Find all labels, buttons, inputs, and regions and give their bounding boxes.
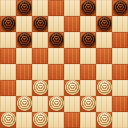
square-f5[interactable]: [80, 48, 96, 64]
checker-piece-light[interactable]: [97, 80, 112, 95]
square-e4[interactable]: [64, 64, 80, 80]
square-d4[interactable]: [48, 64, 64, 80]
square-c6[interactable]: [32, 32, 48, 48]
square-h1[interactable]: [112, 112, 128, 128]
square-g6[interactable]: [96, 32, 112, 48]
square-e8[interactable]: [64, 0, 80, 16]
square-c1[interactable]: [32, 112, 48, 128]
checker-piece-light[interactable]: [1, 112, 16, 127]
square-h4[interactable]: [112, 64, 128, 80]
square-b6[interactable]: [16, 32, 32, 48]
checkers-board: [0, 0, 128, 128]
checker-piece-dark[interactable]: [17, 32, 32, 47]
square-f7[interactable]: [80, 16, 96, 32]
checker-piece-light[interactable]: [81, 96, 96, 111]
square-h3[interactable]: [112, 80, 128, 96]
checker-piece-dark[interactable]: [81, 0, 96, 15]
square-a6[interactable]: [0, 32, 16, 48]
square-c4[interactable]: [32, 64, 48, 80]
square-e2[interactable]: [64, 96, 80, 112]
square-h7[interactable]: [112, 16, 128, 32]
square-a5[interactable]: [0, 48, 16, 64]
square-f6[interactable]: [80, 32, 96, 48]
square-e3[interactable]: [64, 80, 80, 96]
square-b4[interactable]: [16, 64, 32, 80]
square-a7[interactable]: [0, 16, 16, 32]
square-d1[interactable]: [48, 112, 64, 128]
square-c3[interactable]: [32, 80, 48, 96]
square-g1[interactable]: [96, 112, 112, 128]
square-g2[interactable]: [96, 96, 112, 112]
square-d5[interactable]: [48, 48, 64, 64]
square-a3[interactable]: [0, 80, 16, 96]
square-b7[interactable]: [16, 16, 32, 32]
square-h8[interactable]: [112, 0, 128, 16]
checker-piece-light[interactable]: [49, 96, 64, 111]
square-a4[interactable]: [0, 64, 16, 80]
square-f3[interactable]: [80, 80, 96, 96]
square-b3[interactable]: [16, 80, 32, 96]
square-f8[interactable]: [80, 0, 96, 16]
square-g4[interactable]: [96, 64, 112, 80]
square-d6[interactable]: [48, 32, 64, 48]
square-a1[interactable]: [0, 112, 16, 128]
checker-piece-dark[interactable]: [1, 16, 16, 31]
square-e1[interactable]: [64, 112, 80, 128]
square-b5[interactable]: [16, 48, 32, 64]
square-g5[interactable]: [96, 48, 112, 64]
checker-piece-dark[interactable]: [33, 16, 48, 31]
square-e5[interactable]: [64, 48, 80, 64]
checker-piece-light[interactable]: [33, 80, 48, 95]
square-e7[interactable]: [64, 16, 80, 32]
square-e6[interactable]: [64, 32, 80, 48]
checker-piece-dark[interactable]: [81, 32, 96, 47]
square-c8[interactable]: [32, 0, 48, 16]
square-b1[interactable]: [16, 112, 32, 128]
square-g8[interactable]: [96, 0, 112, 16]
square-f1[interactable]: [80, 112, 96, 128]
checker-piece-dark[interactable]: [113, 0, 128, 15]
square-b2[interactable]: [16, 96, 32, 112]
checker-piece-dark[interactable]: [97, 16, 112, 31]
checker-piece-light[interactable]: [33, 112, 48, 127]
checker-piece-light[interactable]: [17, 96, 32, 111]
checker-piece-light[interactable]: [65, 80, 80, 95]
square-c5[interactable]: [32, 48, 48, 64]
square-c2[interactable]: [32, 96, 48, 112]
checker-piece-dark[interactable]: [49, 32, 64, 47]
square-c7[interactable]: [32, 16, 48, 32]
square-g3[interactable]: [96, 80, 112, 96]
square-a8[interactable]: [0, 0, 16, 16]
square-d2[interactable]: [48, 96, 64, 112]
square-b8[interactable]: [16, 0, 32, 16]
square-g7[interactable]: [96, 16, 112, 32]
checker-piece-light[interactable]: [97, 112, 112, 127]
square-h6[interactable]: [112, 32, 128, 48]
checker-piece-dark[interactable]: [17, 0, 32, 15]
square-d3[interactable]: [48, 80, 64, 96]
square-f4[interactable]: [80, 64, 96, 80]
square-h5[interactable]: [112, 48, 128, 64]
square-f2[interactable]: [80, 96, 96, 112]
square-d8[interactable]: [48, 0, 64, 16]
square-d7[interactable]: [48, 16, 64, 32]
square-h2[interactable]: [112, 96, 128, 112]
square-a2[interactable]: [0, 96, 16, 112]
